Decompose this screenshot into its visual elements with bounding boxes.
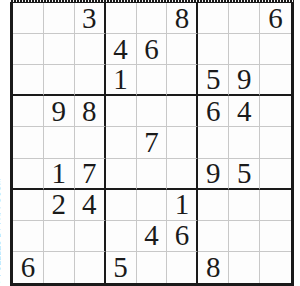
sudoku-board: 3864615998647179524146658 [10,0,294,286]
cell-r3c3[interactable] [75,65,106,96]
cell-r8c5[interactable]: 4 [137,221,168,252]
cell-r2c5[interactable]: 6 [137,34,168,65]
cell-r6c2[interactable]: 1 [44,159,75,190]
cell-r3c2[interactable] [44,65,75,96]
cell-r8c9[interactable] [260,221,291,252]
cell-r4c7[interactable]: 6 [198,96,229,127]
cell-r3c6[interactable] [167,65,198,96]
cell-r6c6[interactable] [167,159,198,190]
cell-r9c3[interactable] [75,252,106,283]
cell-r5c8[interactable] [229,127,260,158]
cell-r7c8[interactable] [229,190,260,221]
cell-r6c1[interactable] [13,159,44,190]
cell-r2c7[interactable] [198,34,229,65]
cell-r6c5[interactable] [137,159,168,190]
cell-r3c7[interactable]: 5 [198,65,229,96]
cell-r9c5[interactable] [137,252,168,283]
cell-r6c8[interactable]: 5 [229,159,260,190]
cell-r2c8[interactable] [229,34,260,65]
cell-r1c7[interactable] [198,3,229,34]
cell-r1c8[interactable] [229,3,260,34]
cell-r5c1[interactable] [13,127,44,158]
cell-r4c2[interactable]: 9 [44,96,75,127]
cell-r7c5[interactable] [137,190,168,221]
cell-r5c9[interactable] [260,127,291,158]
cell-r4c9[interactable] [260,96,291,127]
cell-r4c1[interactable] [13,96,44,127]
cell-r8c3[interactable] [75,221,106,252]
cell-r7c7[interactable] [198,190,229,221]
cell-r7c3[interactable]: 4 [75,190,106,221]
cell-r1c3[interactable]: 3 [75,3,106,34]
cell-r2c2[interactable] [44,34,75,65]
cell-r9c7[interactable]: 8 [198,252,229,283]
cell-r2c9[interactable] [260,34,291,65]
cell-r6c9[interactable] [260,159,291,190]
cell-r5c4[interactable] [106,127,137,158]
cell-r9c2[interactable] [44,252,75,283]
cell-r6c3[interactable]: 7 [75,159,106,190]
cell-r2c4[interactable]: 4 [106,34,137,65]
cell-r5c6[interactable] [167,127,198,158]
cell-r7c6[interactable]: 1 [167,190,198,221]
copyright-text: © PUZZLES BY PAPPOCOM [0,178,2,285]
cell-r1c1[interactable] [13,3,44,34]
cell-r3c8[interactable]: 9 [229,65,260,96]
cell-r6c4[interactable] [106,159,137,190]
cell-r7c2[interactable]: 2 [44,190,75,221]
cell-r8c7[interactable] [198,221,229,252]
cell-r1c6[interactable]: 8 [167,3,198,34]
cell-r3c5[interactable] [137,65,168,96]
cell-r1c9[interactable]: 6 [260,3,291,34]
cell-r4c3[interactable]: 8 [75,96,106,127]
cell-r5c7[interactable] [198,127,229,158]
cell-r7c1[interactable] [13,190,44,221]
cell-r9c4[interactable]: 5 [106,252,137,283]
cell-r3c9[interactable] [260,65,291,96]
cell-r7c9[interactable] [260,190,291,221]
cell-r6c7[interactable]: 9 [198,159,229,190]
cell-r3c4[interactable]: 1 [106,65,137,96]
cell-r5c5[interactable]: 7 [137,127,168,158]
cell-r2c3[interactable] [75,34,106,65]
cell-r2c1[interactable] [13,34,44,65]
cell-r3c1[interactable] [13,65,44,96]
cell-r1c5[interactable] [137,3,168,34]
cell-r5c3[interactable] [75,127,106,158]
cell-r5c2[interactable] [44,127,75,158]
cell-r9c1[interactable]: 6 [13,252,44,283]
cell-r9c9[interactable] [260,252,291,283]
cell-r9c8[interactable] [229,252,260,283]
sudoku-page: 3864615998647179524146658 © PUZZLES BY P… [0,0,300,286]
cell-r4c6[interactable] [167,96,198,127]
cell-r1c4[interactable] [106,3,137,34]
cell-r4c5[interactable] [137,96,168,127]
cell-r1c2[interactable] [44,3,75,34]
cell-r8c6[interactable]: 6 [167,221,198,252]
cell-r2c6[interactable] [167,34,198,65]
board-top-edge [10,0,294,2]
cell-r4c4[interactable] [106,96,137,127]
cell-r8c4[interactable] [106,221,137,252]
cell-r9c6[interactable] [167,252,198,283]
cell-r8c1[interactable] [13,221,44,252]
cell-r4c8[interactable]: 4 [229,96,260,127]
cell-r7c4[interactable] [106,190,137,221]
cell-r8c2[interactable] [44,221,75,252]
cell-r8c8[interactable] [229,221,260,252]
